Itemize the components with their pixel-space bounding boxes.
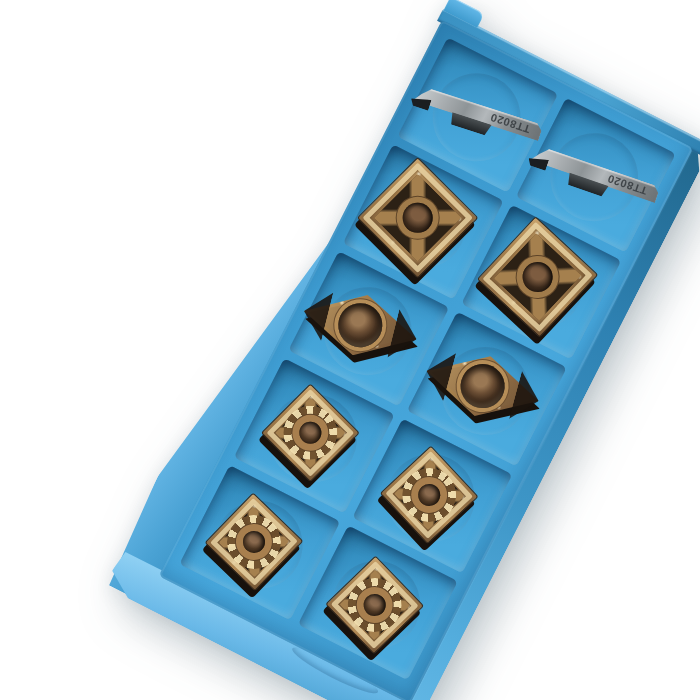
square-turning-insert-small <box>380 445 479 544</box>
diamond-turning-insert <box>297 280 425 368</box>
tray-body: TT8020 TT8020 <box>159 20 694 700</box>
square-turning-insert-large <box>357 156 479 278</box>
diamond-turning-insert <box>419 341 547 431</box>
insert-tray: TT8020 TT8020 <box>159 20 694 700</box>
blade-body <box>527 144 661 213</box>
blade-body <box>410 84 544 150</box>
grooving-blade-insert: TT8020 <box>410 84 544 150</box>
blade-grade-marking: TT8020 <box>488 108 533 137</box>
grooving-blade-insert: TT8020 <box>527 144 661 213</box>
tray-shadow-wrapper: TT8020 TT8020 <box>0 0 700 700</box>
square-turning-insert-large <box>477 216 599 338</box>
square-turning-insert-small <box>204 492 303 591</box>
product-photo-scene: TT8020 TT8020 <box>0 0 700 700</box>
square-turning-insert-small <box>261 383 360 482</box>
blade-grade-marking: TT8020 <box>605 169 650 198</box>
square-turning-insert-small <box>326 555 425 654</box>
